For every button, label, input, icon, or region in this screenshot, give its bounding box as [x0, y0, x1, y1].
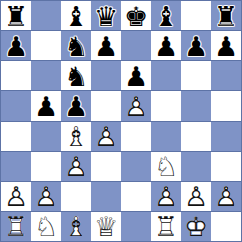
pawn-icon: ♟: [91, 31, 121, 60]
square-d1[interactable]: ♛♕: [91, 212, 121, 241]
piece-white-pawn-g2[interactable]: ♟♙: [181, 182, 211, 211]
piece-white-knight-b1[interactable]: ♞♘: [31, 212, 61, 241]
square-g8[interactable]: [181, 1, 211, 30]
square-c8[interactable]: ♝: [61, 1, 91, 30]
square-h8[interactable]: ♜: [211, 1, 241, 30]
square-d8[interactable]: ♛: [91, 1, 121, 30]
square-a6[interactable]: [1, 61, 31, 90]
queen-icon: ♕: [91, 212, 121, 241]
king-icon: ♚: [121, 1, 151, 30]
piece-white-rook-f1[interactable]: ♜♖: [151, 212, 181, 241]
piece-black-pawn-a7[interactable]: ♟: [1, 31, 31, 60]
square-e6[interactable]: ♟: [121, 61, 151, 90]
piece-white-queen-d1[interactable]: ♛♕: [91, 212, 121, 241]
pawn-icon: ♙: [181, 182, 211, 211]
square-a2[interactable]: ♟♙: [1, 182, 31, 211]
pawn-icon: ♙: [211, 182, 241, 211]
square-g7[interactable]: ♟: [181, 31, 211, 60]
piece-black-bishop-c8[interactable]: ♝: [61, 1, 91, 30]
piece-black-pawn-f7[interactable]: ♟: [151, 31, 181, 60]
square-b4[interactable]: [31, 122, 61, 151]
piece-black-king-e8[interactable]: ♚: [121, 1, 151, 30]
square-e5[interactable]: ♟♙: [121, 91, 151, 120]
pawn-icon: ♙: [31, 182, 61, 211]
pawn-icon: ♙: [1, 182, 31, 211]
pawn-icon: ♙: [61, 152, 91, 181]
piece-white-pawn-e5[interactable]: ♟♙: [121, 91, 151, 120]
bishop-icon: ♗: [61, 212, 91, 241]
piece-white-king-g1[interactable]: ♚♔: [181, 212, 211, 241]
square-a4[interactable]: [1, 122, 31, 151]
square-b5[interactable]: ♟: [31, 91, 61, 120]
pawn-icon: ♟: [181, 31, 211, 60]
square-c2[interactable]: [61, 182, 91, 211]
square-d2[interactable]: [91, 182, 121, 211]
square-g1[interactable]: ♚♔: [181, 212, 211, 241]
square-h4[interactable]: [211, 122, 241, 151]
square-a5[interactable]: [1, 91, 31, 120]
square-h5[interactable]: [211, 91, 241, 120]
pawn-icon: ♙: [151, 182, 181, 211]
square-a7[interactable]: ♟: [1, 31, 31, 60]
piece-black-pawn-e6[interactable]: ♟: [121, 61, 151, 90]
piece-black-queen-d8[interactable]: ♛: [91, 1, 121, 30]
square-g5[interactable]: [181, 91, 211, 120]
square-e4[interactable]: [121, 122, 151, 151]
piece-black-knight-c6[interactable]: ♞: [61, 61, 91, 90]
square-e1[interactable]: [121, 212, 151, 241]
knight-icon: ♘: [151, 152, 181, 181]
piece-white-pawn-h2[interactable]: ♟♙: [211, 182, 241, 211]
piece-white-bishop-c4[interactable]: ♝♗: [61, 122, 91, 151]
square-h2[interactable]: ♟♙: [211, 182, 241, 211]
square-c5[interactable]: ♟: [61, 91, 91, 120]
chess-board: ♜♝♛♚♝♜♟♞♟♟♟♟♞♟♟♟♟♙♝♗♟♙♟♙♞♘♟♙♟♙♟♙♟♙♟♙♜♖♞♘…: [0, 0, 242, 242]
square-e2[interactable]: [121, 182, 151, 211]
square-f2[interactable]: ♟♙: [151, 182, 181, 211]
square-c4[interactable]: ♝♗: [61, 122, 91, 151]
piece-black-pawn-b5[interactable]: ♟: [31, 91, 61, 120]
square-b6[interactable]: [31, 61, 61, 90]
pawn-icon: ♙: [91, 122, 121, 151]
piece-white-pawn-c3[interactable]: ♟♙: [61, 152, 91, 181]
rook-icon: ♜: [211, 1, 241, 30]
pawn-icon: ♟: [61, 91, 91, 120]
pawn-icon: ♟: [1, 31, 31, 60]
square-b1[interactable]: ♞♘: [31, 212, 61, 241]
piece-black-rook-a8[interactable]: ♜: [1, 1, 31, 30]
square-b7[interactable]: [31, 31, 61, 60]
piece-black-pawn-c5[interactable]: ♟: [61, 91, 91, 120]
piece-white-pawn-a2[interactable]: ♟♙: [1, 182, 31, 211]
pawn-icon: ♟: [211, 31, 241, 60]
square-b8[interactable]: [31, 1, 61, 30]
square-d6[interactable]: [91, 61, 121, 90]
piece-black-knight-c7[interactable]: ♞: [61, 31, 91, 60]
king-icon: ♔: [181, 212, 211, 241]
bishop-icon: ♗: [61, 122, 91, 151]
square-d3[interactable]: [91, 152, 121, 181]
square-g3[interactable]: [181, 152, 211, 181]
bishop-icon: ♝: [151, 1, 181, 30]
knight-icon: ♞: [61, 61, 91, 90]
piece-white-pawn-d4[interactable]: ♟♙: [91, 122, 121, 151]
square-d5[interactable]: [91, 91, 121, 120]
square-g2[interactable]: ♟♙: [181, 182, 211, 211]
square-c1[interactable]: ♝♗: [61, 212, 91, 241]
piece-black-rook-h8[interactable]: ♜: [211, 1, 241, 30]
piece-white-pawn-f2[interactable]: ♟♙: [151, 182, 181, 211]
piece-white-knight-f3[interactable]: ♞♘: [151, 152, 181, 181]
square-c7[interactable]: ♞: [61, 31, 91, 60]
square-d4[interactable]: ♟♙: [91, 122, 121, 151]
square-c6[interactable]: ♞: [61, 61, 91, 90]
square-f5[interactable]: [151, 91, 181, 120]
piece-black-bishop-f8[interactable]: ♝: [151, 1, 181, 30]
square-h7[interactable]: ♟: [211, 31, 241, 60]
knight-icon: ♘: [31, 212, 61, 241]
square-c3[interactable]: ♟♙: [61, 152, 91, 181]
square-h3[interactable]: [211, 152, 241, 181]
bishop-icon: ♝: [61, 1, 91, 30]
square-f1[interactable]: ♜♖: [151, 212, 181, 241]
square-e8[interactable]: ♚: [121, 1, 151, 30]
knight-icon: ♞: [61, 31, 91, 60]
piece-white-bishop-c1[interactable]: ♝♗: [61, 212, 91, 241]
square-h1[interactable]: [211, 212, 241, 241]
pawn-icon: ♟: [151, 31, 181, 60]
rook-icon: ♖: [151, 212, 181, 241]
square-e3[interactable]: [121, 152, 151, 181]
square-g4[interactable]: [181, 122, 211, 151]
square-h6[interactable]: [211, 61, 241, 90]
square-e7[interactable]: [121, 31, 151, 60]
queen-icon: ♛: [91, 1, 121, 30]
rook-icon: ♜: [1, 1, 31, 30]
square-b3[interactable]: [31, 152, 61, 181]
rook-icon: ♖: [1, 212, 31, 241]
square-a8[interactable]: ♜: [1, 1, 31, 30]
square-f8[interactable]: ♝: [151, 1, 181, 30]
pawn-icon: ♙: [121, 91, 151, 120]
square-a1[interactable]: ♜♖: [1, 212, 31, 241]
pawn-icon: ♟: [121, 61, 151, 90]
pawn-icon: ♟: [31, 91, 61, 120]
square-a3[interactable]: [1, 152, 31, 181]
square-f6[interactable]: [151, 61, 181, 90]
square-f4[interactable]: [151, 122, 181, 151]
piece-white-pawn-b2[interactable]: ♟♙: [31, 182, 61, 211]
piece-white-rook-a1[interactable]: ♜♖: [1, 212, 31, 241]
piece-black-pawn-h7[interactable]: ♟: [211, 31, 241, 60]
piece-black-pawn-d7[interactable]: ♟: [91, 31, 121, 60]
square-d7[interactable]: ♟: [91, 31, 121, 60]
square-f3[interactable]: ♞♘: [151, 152, 181, 181]
square-g6[interactable]: [181, 61, 211, 90]
square-f7[interactable]: ♟: [151, 31, 181, 60]
square-b2[interactable]: ♟♙: [31, 182, 61, 211]
piece-black-pawn-g7[interactable]: ♟: [181, 31, 211, 60]
